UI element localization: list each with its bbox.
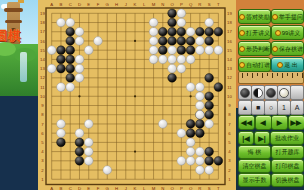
coordinate-label: C (69, 2, 72, 7)
coordinate-label: H (115, 2, 118, 7)
white-stone-C11[interactable] (66, 83, 75, 92)
coordinate-label: 8 (228, 112, 231, 117)
tower-flag (18, 0, 24, 3)
coordinate-label: P (180, 2, 183, 7)
menu-button-2[interactable]: 举手提问 (271, 9, 304, 24)
white-stone-O15[interactable] (168, 46, 177, 55)
black-stone-O18[interactable] (168, 18, 177, 27)
white-stone-R8[interactable] (196, 110, 205, 119)
black-stone-C15[interactable] (66, 46, 75, 55)
white-stone-R10[interactable] (196, 92, 205, 101)
coordinate-label: 7 (41, 122, 44, 127)
button-label: 形势判断 (246, 46, 270, 52)
black-stone-B5[interactable] (57, 138, 66, 147)
black-stone-P15[interactable] (177, 46, 186, 55)
black-stone-O19[interactable] (168, 9, 177, 18)
coordinate-label: 10 (227, 94, 232, 99)
jump-start-icon: |◀ (242, 135, 249, 142)
coordinate-label: 14 (227, 57, 232, 62)
button-label: 打开讲义 (246, 30, 270, 36)
black-stone-R6[interactable] (196, 129, 205, 138)
black-stone-S3[interactable] (205, 156, 214, 165)
star-point (134, 40, 136, 42)
white-stone-D16[interactable] (75, 37, 84, 46)
coordinate-label: 9 (228, 103, 231, 108)
button-icon (239, 46, 245, 52)
coordinate-label: K (134, 186, 137, 191)
go-board[interactable]: AABBCCDDEEFFGGHHJJKKLLMMNNOOPPQQRRSSTT19… (38, 0, 236, 190)
waterfall (20, 52, 27, 82)
coordinate-label: G (106, 186, 110, 191)
stone-tool-half-stone[interactable] (251, 85, 265, 100)
button-icon (239, 14, 245, 20)
white-stone-S15[interactable] (205, 46, 214, 55)
coordinate-label: Q (189, 2, 193, 7)
white-stone-O14[interactable] (168, 55, 177, 64)
white-stone-E15[interactable] (84, 46, 93, 55)
menu-button-8[interactable]: 退 出 (271, 57, 304, 72)
white-stone-R9[interactable] (196, 101, 205, 110)
coordinate-label: T (217, 2, 220, 7)
black-stone-Q7[interactable] (186, 120, 195, 129)
white-stone-M16[interactable] (149, 37, 158, 46)
white-stone-P13[interactable] (177, 64, 186, 73)
white-stone-B7[interactable] (57, 120, 66, 129)
jump-end-icon: ▶| (258, 135, 265, 142)
coordinate-label: T (217, 186, 220, 191)
board-svg[interactable]: AABBCCDDEEFFGGHHJJKKLLMMNNOOPPQQRRSSTT19… (38, 0, 236, 190)
white-stone-S7[interactable] (205, 120, 214, 129)
show-move-numbers-button[interactable]: 显示手数 (238, 173, 271, 187)
white-stone-Q3[interactable] (186, 156, 195, 165)
coordinate-label: E (87, 186, 90, 191)
coordinate-label: 14 (40, 57, 45, 62)
button-label: 答对奖励 (246, 14, 270, 20)
ruler-tick (277, 73, 278, 76)
ruler-tick (297, 73, 298, 76)
white-stone-G2[interactable] (103, 166, 112, 175)
coordinate-label: 6 (41, 131, 44, 136)
black-stone-C14[interactable] (66, 55, 75, 64)
half-stone-icon (253, 88, 263, 98)
jump-start-button[interactable]: |◀ (238, 131, 254, 145)
white-stone-R16[interactable] (196, 37, 205, 46)
black-stone-N16[interactable] (158, 37, 167, 46)
ruler-tick (282, 73, 283, 78)
white-stone-Q11[interactable] (186, 83, 195, 92)
coordinate-label: Q (189, 186, 193, 191)
go-classroom-app: { "game": "go", "board": { "size": 19, "… (0, 0, 304, 190)
ruler-tick (287, 73, 288, 76)
black-stone-Q15[interactable] (186, 46, 195, 55)
black-stone-P16[interactable] (177, 37, 186, 46)
ruler-strip (238, 71, 304, 84)
button-label: 批改作业 (275, 135, 299, 141)
print-board-button[interactable]: 打印棋盘 (271, 159, 304, 173)
coordinate-label: O (170, 186, 174, 191)
white-stone-A13[interactable] (47, 64, 56, 73)
switch-board-button[interactable]: 切换棋盘 (271, 173, 304, 187)
white-stone-F16[interactable] (94, 37, 103, 46)
black-stone-Q6[interactable] (186, 129, 195, 138)
button-label: 打开题库 (276, 149, 300, 155)
coordinate-label: D (78, 186, 81, 191)
coordinate-label: F (97, 186, 100, 191)
button-label: 悔 棋 (248, 149, 262, 155)
coordinate-label: 17 (40, 29, 45, 34)
menu-button-3[interactable]: 打开讲义 (238, 25, 271, 40)
coordinate-label: C (69, 186, 72, 191)
black-stone-O17[interactable] (168, 27, 177, 36)
white-stone-N7[interactable] (158, 120, 167, 129)
coordinate-label: D (78, 2, 81, 7)
black-stone-T17[interactable] (214, 27, 223, 36)
coordinate-label: G (106, 2, 110, 7)
coordinate-label: S (208, 2, 211, 7)
black-stone-C13[interactable] (66, 64, 75, 73)
menu-button-4[interactable]: 99讲义 (271, 25, 304, 40)
coordinate-label: F (97, 2, 100, 7)
button-label: 保存棋谱 (279, 46, 303, 52)
coordinate-label: 3 (228, 158, 231, 163)
clear-board-button[interactable]: 清空棋盘 (238, 159, 271, 173)
black-stone-R17[interactable] (196, 27, 205, 36)
white-stone-B18[interactable] (57, 18, 66, 27)
coordinate-label: M (152, 2, 156, 7)
star-point (78, 95, 80, 97)
menu-button-7[interactable]: 自动打谱 (238, 57, 271, 72)
coordinate-label: H (115, 186, 118, 191)
ruler-tick (247, 73, 248, 76)
marker-tool-1[interactable]: ▲ (238, 100, 252, 115)
black-stone-S10[interactable] (205, 92, 214, 101)
white-stone-D17[interactable] (75, 27, 84, 36)
ruler-tick (242, 73, 243, 78)
black-stone-P17[interactable] (177, 27, 186, 36)
marker-glyph: A (295, 104, 300, 111)
black-stone-S16[interactable] (205, 37, 214, 46)
white-stone-A15[interactable] (47, 46, 56, 55)
coordinate-label: B (60, 2, 63, 7)
black-stone-B13[interactable] (57, 64, 66, 73)
coordinate-label: 10 (40, 94, 45, 99)
coordinate-label: L (143, 186, 146, 191)
white-stone-R15[interactable] (196, 46, 205, 55)
black-stone-O16[interactable] (168, 37, 177, 46)
white-stone-S2[interactable] (205, 166, 214, 175)
white-stone-S18[interactable] (205, 18, 214, 27)
black-stone-B15[interactable] (57, 46, 66, 55)
coordinate-label: B (60, 186, 63, 191)
white-stone-D12[interactable] (75, 73, 84, 82)
prev-icon: ◀ (260, 119, 265, 126)
coordinate-label: R (198, 186, 201, 191)
black-stone-N17[interactable] (158, 27, 167, 36)
coordinate-label: 7 (228, 122, 231, 127)
black-stone-S12[interactable] (205, 73, 214, 82)
black-stone-Q16[interactable] (186, 37, 195, 46)
coordinate-label: 18 (227, 20, 232, 25)
next-icon: ▶ (277, 119, 282, 126)
stone-tool-black-stone[interactable] (264, 85, 278, 100)
marker-glyph: ○ (269, 104, 273, 111)
white-stone-M14[interactable] (149, 55, 158, 64)
white-stone-E4[interactable] (84, 147, 93, 156)
black-stone-N15[interactable] (158, 46, 167, 55)
button-label: 举手提问 (279, 14, 303, 20)
white-stone-M15[interactable] (149, 46, 158, 55)
button-icon (239, 30, 245, 36)
dark-water (0, 96, 38, 190)
coordinate-label: 1 (41, 177, 44, 182)
marker-glyph: 1 (282, 104, 286, 111)
coordinate-label: 13 (40, 66, 45, 71)
white-stone-P18[interactable] (177, 18, 186, 27)
white-stone-R4[interactable] (196, 147, 205, 156)
coordinate-label: 17 (227, 29, 232, 34)
white-stone-P6[interactable] (177, 129, 186, 138)
black-stone-S4[interactable] (205, 147, 214, 156)
ruler-tick (302, 73, 303, 78)
rewind-icon: ◀◀ (241, 119, 252, 126)
black-stone-S9[interactable] (205, 101, 214, 110)
black-stone-D5[interactable] (75, 138, 84, 147)
coordinate-label: 9 (41, 103, 44, 108)
white-stone-Q4[interactable] (186, 147, 195, 156)
coordinate-label: 5 (228, 140, 231, 145)
marker-tool-5[interactable]: A (290, 100, 304, 115)
coordinate-label: 3 (41, 158, 44, 163)
white-stone-P19[interactable] (177, 9, 186, 18)
coordinate-label: 5 (41, 140, 44, 145)
forward-icon: ▶▶ (291, 119, 302, 126)
ruler-tick (272, 73, 273, 78)
marker-tool-3[interactable]: ○ (264, 100, 278, 115)
nav-first-button[interactable]: ◀◀ (238, 115, 255, 130)
white-stone-D14[interactable] (75, 55, 84, 64)
black-stone-S8[interactable] (205, 110, 214, 119)
white-stone-C18[interactable] (66, 18, 75, 27)
coordinate-label: 19 (227, 11, 232, 16)
button-label: 打印棋盘 (276, 163, 300, 169)
coordinate-label: 13 (227, 66, 232, 71)
nav-next-button[interactable]: ▶ (271, 115, 288, 130)
coordinate-label: 11 (40, 85, 45, 90)
marker-tool-4[interactable]: 1 (277, 100, 291, 115)
white-stone-R3[interactable] (196, 156, 205, 165)
white-stone-M18[interactable] (149, 18, 158, 27)
marker-glyph: ■ (256, 104, 260, 111)
star-point (134, 95, 136, 97)
white-stone-P14[interactable] (177, 55, 186, 64)
button-label: 99讲义 (282, 30, 301, 36)
white-stone-D13[interactable] (75, 64, 84, 73)
button-label: 切换棋盘 (276, 177, 300, 183)
button-label: 自动打谱 (246, 62, 270, 68)
coordinate-label: 19 (40, 11, 45, 16)
star-point (134, 151, 136, 153)
white-stone-E3[interactable] (84, 156, 93, 165)
coordinate-label: 15 (40, 48, 45, 53)
coordinate-label: 1 (228, 177, 231, 182)
menu-button-5[interactable]: 形势判断 (238, 41, 271, 56)
coordinate-label: 2 (228, 168, 231, 173)
black-stone-T3[interactable] (214, 156, 223, 165)
black-stone-C16[interactable] (66, 37, 75, 46)
coordinate-label: S (208, 186, 211, 191)
undo-button[interactable]: 悔 棋 (238, 145, 271, 159)
stone-tool-white-stone[interactable] (277, 85, 291, 100)
button-icon (275, 30, 281, 36)
black-stone-D3[interactable] (75, 156, 84, 165)
white-stone-B6[interactable] (57, 129, 66, 138)
coordinate-label: 15 (227, 48, 232, 53)
white-stone-M17[interactable] (149, 27, 158, 36)
coordinate-label: 8 (41, 112, 44, 117)
black-stone-O12[interactable] (168, 73, 177, 82)
coordinate-label: R (198, 2, 201, 7)
nav-last-button[interactable]: ▶▶ (288, 115, 305, 130)
control-panel: 答对奖励举手提问打开讲义99讲义形势判断保存棋谱自动打谱退 出▲■○1A◀◀◀▶… (236, 0, 304, 190)
white-stone-icon (279, 88, 289, 98)
coordinate-label: 4 (228, 149, 231, 154)
marker-tool-2[interactable]: ■ (251, 100, 265, 115)
coordinate-label: E (87, 2, 90, 7)
black-stone-icon (266, 88, 276, 98)
white-stone-E5[interactable] (84, 138, 93, 147)
coordinate-label: L (143, 2, 146, 7)
white-stone-O13[interactable] (168, 64, 177, 73)
stone-tool-blank[interactable] (290, 85, 304, 100)
white-stone-N14[interactable] (158, 55, 167, 64)
coordinate-label: N (161, 2, 164, 7)
black-stone-T11[interactable] (214, 83, 223, 92)
coordinate-label: 6 (228, 131, 231, 136)
ruler-tick (257, 73, 258, 76)
coordinate-label: A (50, 186, 53, 191)
white-stone-Q5[interactable] (186, 138, 195, 147)
coordinate-label: 18 (40, 20, 45, 25)
coordinate-label: 4 (41, 149, 44, 154)
black-stone-C12[interactable] (66, 73, 75, 82)
ruler-tick (262, 73, 263, 78)
coordinate-label: J (125, 2, 127, 7)
black-stone-B14[interactable] (57, 55, 66, 64)
jump-end-button[interactable]: ▶| (254, 131, 270, 145)
button-icon (277, 62, 283, 68)
coordinate-label: P (180, 186, 183, 191)
button-label: 退 出 (284, 62, 298, 68)
button-label: 清空棋盘 (243, 163, 267, 169)
white-stone-B11[interactable] (57, 83, 66, 92)
white-stone-P3[interactable] (177, 156, 186, 165)
white-stone-Q14[interactable] (186, 55, 195, 64)
marker-glyph: ▲ (242, 104, 249, 111)
coordinate-label: J (125, 186, 127, 191)
black-stone-R7[interactable] (196, 120, 205, 129)
black-stone-D4[interactable] (75, 147, 84, 156)
coordinate-label: 16 (40, 39, 45, 44)
coordinate-label: 2 (41, 168, 44, 173)
white-stone-T15[interactable] (214, 46, 223, 55)
button-label: 显示手数 (243, 177, 267, 183)
open-problems-button[interactable]: 打开题库 (271, 145, 304, 159)
coordinate-label: A (50, 2, 53, 7)
button-icon (239, 62, 245, 68)
white-stone-R11[interactable] (196, 83, 205, 92)
ruler-tick (252, 73, 253, 78)
white-stone-D6[interactable] (75, 129, 84, 138)
stone-tool-black-stone[interactable] (238, 85, 252, 100)
white-stone-R2[interactable] (196, 166, 205, 175)
star-point (190, 95, 192, 97)
grade-homework-button[interactable]: 批改作业 (270, 131, 304, 145)
white-stone-Q17[interactable] (186, 27, 195, 36)
left-artwork: 围棋 (0, 0, 38, 190)
coordinate-label: M (152, 186, 156, 191)
coordinate-label: 12 (40, 75, 45, 80)
black-stone-S17[interactable] (205, 27, 214, 36)
coordinate-label: N (161, 186, 164, 191)
coordinate-label: 11 (227, 85, 232, 90)
black-stone-icon (240, 88, 250, 98)
button-icon (272, 14, 278, 20)
nav-prev-button[interactable]: ◀ (255, 115, 272, 130)
coordinate-label: K (134, 2, 137, 7)
coordinate-label: 16 (227, 39, 232, 44)
menu-button-6[interactable]: 保存棋谱 (271, 41, 304, 56)
coordinate-label: 12 (227, 75, 232, 80)
white-stone-E7[interactable] (84, 120, 93, 129)
ruler-tick (267, 73, 268, 76)
app-logo-text: 围棋 (0, 27, 38, 45)
menu-button-1[interactable]: 答对奖励 (238, 9, 271, 24)
button-icon (272, 46, 278, 52)
black-stone-C17[interactable] (66, 27, 75, 36)
ruler-tick (292, 73, 293, 78)
coordinate-label: O (170, 2, 174, 7)
